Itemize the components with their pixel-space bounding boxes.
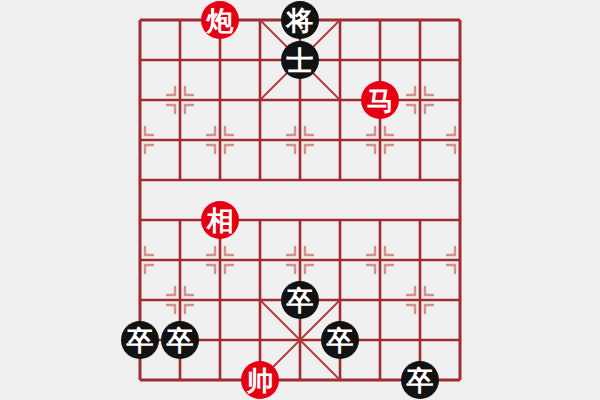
board-cell: 卒 bbox=[320, 320, 360, 360]
piece-black-pawn[interactable]: 卒 bbox=[281, 281, 319, 319]
board-cell: 卒 bbox=[280, 280, 320, 320]
piece-black-pawn[interactable]: 卒 bbox=[161, 321, 199, 359]
board-cell: 将 bbox=[280, 0, 320, 40]
piece-black-general[interactable]: 将 bbox=[281, 1, 319, 39]
xiangqi-board[interactable]: 炮将士马相卒卒卒卒帅卒 bbox=[0, 0, 600, 400]
board-cell: 帅 bbox=[240, 360, 280, 400]
xiangqi-app-screen: 炮将士马相卒卒卒卒帅卒 bbox=[0, 0, 600, 400]
piece-red-elephant[interactable]: 相 bbox=[201, 201, 239, 239]
piece-black-pawn[interactable]: 卒 bbox=[121, 321, 159, 359]
board-intersection-grid: 炮将士马相卒卒卒卒帅卒 bbox=[120, 0, 480, 400]
piece-red-horse[interactable]: 马 bbox=[361, 81, 399, 119]
board-cell: 卒 bbox=[160, 320, 200, 360]
board-cell: 炮 bbox=[200, 0, 240, 40]
piece-black-advisor[interactable]: 士 bbox=[281, 41, 319, 79]
board-cell: 士 bbox=[280, 40, 320, 80]
board-cell: 卒 bbox=[400, 360, 440, 400]
board-cell: 相 bbox=[200, 200, 240, 240]
board-cell: 卒 bbox=[120, 320, 160, 360]
piece-red-cannon[interactable]: 炮 bbox=[201, 1, 239, 39]
board-cell: 马 bbox=[360, 80, 400, 120]
piece-black-pawn[interactable]: 卒 bbox=[401, 361, 439, 399]
piece-red-general[interactable]: 帅 bbox=[241, 361, 279, 399]
piece-black-pawn[interactable]: 卒 bbox=[321, 321, 359, 359]
